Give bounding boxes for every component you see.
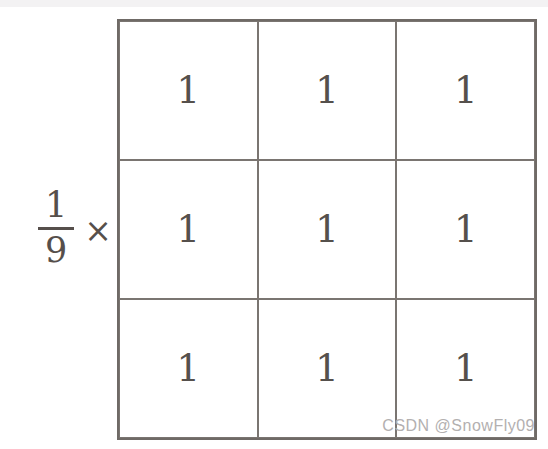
top-strip bbox=[0, 0, 548, 7]
diagram-page: 1 9 × 1 1 1 1 1 1 1 1 1 CSDN @SnowFly09 bbox=[0, 0, 548, 449]
grid-cell-r2c1: 1 bbox=[119, 160, 258, 299]
grid-cell-r3c1: 1 bbox=[119, 299, 258, 438]
grid-cell-r2c3: 1 bbox=[396, 160, 535, 299]
kernel-grid: 1 1 1 1 1 1 1 1 1 bbox=[117, 19, 537, 440]
watermark: CSDN @SnowFly09 bbox=[382, 417, 535, 435]
fraction-one-ninth: 1 9 bbox=[38, 188, 74, 268]
grid-cell-r1c3: 1 bbox=[396, 21, 535, 160]
fraction-numerator: 1 bbox=[38, 188, 74, 230]
grid-cell-r1c2: 1 bbox=[258, 21, 397, 160]
grid-cell-r2c2: 1 bbox=[258, 160, 397, 299]
grid-cell-r3c2: 1 bbox=[258, 299, 397, 438]
fraction-denominator: 9 bbox=[38, 230, 74, 268]
multiplication-sign: × bbox=[84, 214, 112, 247]
scalar-multiplier: 1 9 × bbox=[38, 188, 112, 268]
grid-cell-r1c1: 1 bbox=[119, 21, 258, 160]
